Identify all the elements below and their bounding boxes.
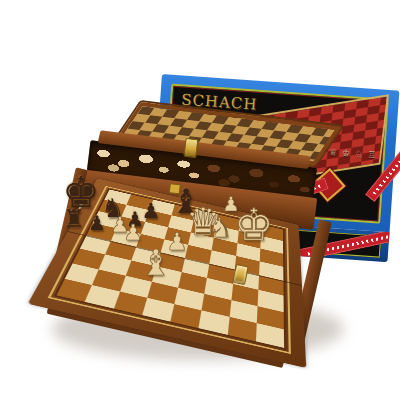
- brass-latch: [183, 138, 198, 158]
- product-photo: SCHACH ♙ ♗ ♕ ♔ ♘ ♖: [0, 0, 400, 400]
- brass-latch-keeper: [169, 183, 181, 194]
